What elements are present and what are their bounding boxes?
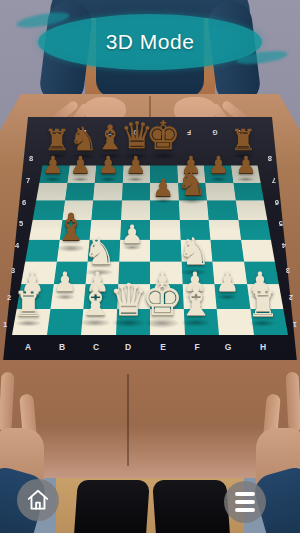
- app-screen: 3D Mode AABBCCDDEEFFGGHH1122334455667788…: [0, 0, 300, 533]
- rank-label-left-4: 4: [15, 241, 19, 250]
- square-b7[interactable]: [65, 182, 95, 200]
- rank-label-left-6: 6: [22, 198, 26, 207]
- square-g6[interactable]: [207, 200, 238, 219]
- rank-label-left-3: 3: [11, 266, 15, 275]
- square-d7[interactable]: [122, 182, 150, 200]
- file-label-bottom-H: H: [260, 342, 266, 352]
- square-d6[interactable]: [121, 200, 150, 219]
- file-label-bottom-D: D: [125, 342, 131, 352]
- rank-label-left-1: 1: [3, 320, 7, 329]
- player-right-leg: [152, 480, 230, 533]
- square-a7[interactable]: [36, 182, 67, 200]
- file-label-bottom-B: B: [59, 342, 65, 352]
- rank-label-right-7: 7: [272, 176, 276, 185]
- piece-white-bishop-f1[interactable]: ♝: [178, 282, 214, 322]
- square-c7[interactable]: [93, 182, 122, 200]
- file-label-bottom-E: E: [160, 342, 166, 352]
- player-left-leg: [74, 480, 150, 533]
- square-g4[interactable]: [210, 240, 243, 262]
- square-h7[interactable]: [233, 182, 264, 200]
- home-icon: [25, 487, 51, 513]
- rank-label-right-8: 8: [268, 154, 272, 163]
- piece-black-pawn-g7[interactable]: ♟: [208, 154, 229, 178]
- piece-black-knight-f6[interactable]: ♞: [176, 166, 207, 200]
- mode-banner-label: 3D Mode: [106, 30, 195, 54]
- menu-icon: [235, 492, 255, 496]
- file-label-bottom-G: G: [225, 342, 232, 352]
- file-label-bottom-C: C: [93, 342, 99, 352]
- rank-label-right-6: 6: [275, 198, 279, 207]
- piece-black-pawn-d7[interactable]: ♟: [125, 154, 146, 178]
- rank-label-right-2: 2: [289, 293, 293, 302]
- file-label-top-F: F: [187, 129, 191, 136]
- piece-black-pawn-c7[interactable]: ♟: [97, 154, 118, 178]
- square-h4[interactable]: [241, 240, 275, 262]
- piece-black-king-e8[interactable]: ♚: [146, 116, 181, 155]
- rank-label-right-4: 4: [282, 241, 286, 250]
- file-label-bottom-F: F: [194, 342, 199, 352]
- home-button[interactable]: [17, 479, 59, 521]
- file-label-bottom-A: A: [25, 342, 31, 352]
- square-h6[interactable]: [235, 200, 267, 219]
- square-e5[interactable]: [150, 220, 180, 240]
- piece-black-pawn-b7[interactable]: ♟: [70, 154, 91, 178]
- piece-white-rook-h1[interactable]: ♜: [247, 287, 278, 322]
- square-h5[interactable]: [238, 220, 271, 240]
- rank-label-left-2: 2: [7, 293, 11, 302]
- piece-white-rook-a1[interactable]: ♜: [13, 287, 44, 322]
- rank-label-right-1: 1: [293, 320, 297, 329]
- rank-label-left-8: 8: [29, 154, 33, 163]
- mode-banner: 3D Mode: [38, 14, 262, 70]
- piece-black-pawn-a7[interactable]: ♟: [42, 154, 63, 178]
- piece-white-bishop-c1[interactable]: ♝: [77, 282, 113, 322]
- square-e4[interactable]: [150, 240, 181, 262]
- table-front-seam: [127, 374, 129, 466]
- piece-black-knight-b8[interactable]: ♞: [69, 123, 98, 156]
- rank-label-right-5: 5: [279, 219, 283, 228]
- piece-white-pawn-g2[interactable]: ♟: [215, 269, 239, 296]
- piece-white-pawn-d4[interactable]: ♟: [121, 222, 144, 247]
- rank-label-left-7: 7: [26, 176, 30, 185]
- menu-button[interactable]: [224, 481, 266, 523]
- piece-white-pawn-b2[interactable]: ♟: [53, 269, 77, 296]
- rank-label-left-5: 5: [19, 219, 23, 228]
- square-c6[interactable]: [91, 200, 121, 219]
- square-g7[interactable]: [205, 182, 235, 200]
- file-label-top-G: G: [212, 129, 217, 136]
- piece-black-pawn-e6[interactable]: ♟: [152, 176, 174, 200]
- rank-label-right-3: 3: [286, 266, 290, 275]
- piece-black-pawn-h7[interactable]: ♟: [235, 154, 256, 178]
- square-g5[interactable]: [209, 220, 241, 240]
